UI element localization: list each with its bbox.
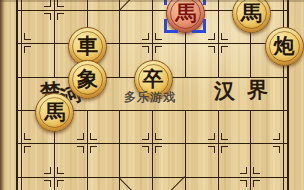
- palace-diagonal: [151, 176, 185, 190]
- river-label-jie: 界: [247, 80, 268, 101]
- grid-line: [250, 110, 251, 190]
- grid-line: [185, 110, 186, 190]
- piece-black-soldier[interactable]: 卒: [134, 60, 173, 99]
- grid-line: [218, 0, 219, 78]
- palace-diagonal: [119, 177, 153, 190]
- river-label-han: 汉: [214, 81, 235, 102]
- piece-character: 馬: [36, 94, 73, 131]
- piece-character: 象: [69, 61, 106, 98]
- board-border: [16, 0, 18, 190]
- piece-character: 馬: [233, 0, 270, 32]
- grid-line: [54, 0, 55, 78]
- grid-line: [119, 0, 120, 78]
- grid-line: [152, 110, 153, 190]
- piece-character: 馬: [167, 0, 204, 32]
- grid-line: [218, 110, 219, 190]
- left-edge-vignette: [0, 0, 5, 190]
- piece-character: 卒: [135, 61, 172, 98]
- piece-black-cannon[interactable]: 炮: [265, 27, 304, 66]
- xiangqi-board[interactable]: 楚 河 汉 界 馬馬炮車象卒馬 多乐游戏: [0, 0, 304, 190]
- grid-line: [21, 0, 22, 190]
- piece-black-elephant[interactable]: 象: [68, 60, 107, 99]
- piece-character: 炮: [266, 28, 303, 65]
- piece-black-horse[interactable]: 馬: [35, 93, 74, 132]
- piece-red-horse[interactable]: 馬: [166, 0, 205, 33]
- grid-line: [87, 110, 88, 190]
